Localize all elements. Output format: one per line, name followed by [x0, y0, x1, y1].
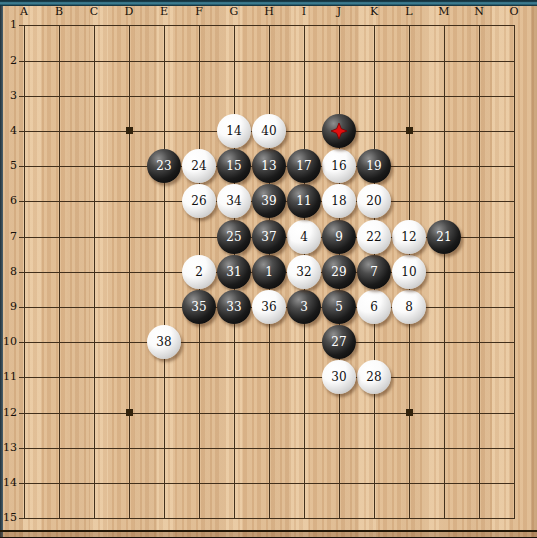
grid-line-v: [479, 25, 480, 519]
stone-number: 21: [427, 220, 461, 254]
row-label-12: 12: [0, 406, 17, 420]
stone-number: 38: [147, 325, 181, 359]
row-label-9: 9: [0, 300, 17, 314]
stone-37[interactable]: 37: [252, 220, 286, 254]
stone-8[interactable]: 8: [392, 290, 426, 324]
col-label-I: I: [295, 4, 313, 20]
stone-40[interactable]: 40: [252, 114, 286, 148]
grid-line-v: [94, 25, 95, 519]
stone-4[interactable]: 4: [287, 220, 321, 254]
grid-line-v: [59, 25, 60, 519]
col-label-M: M: [435, 4, 453, 20]
row-label-10: 10: [0, 335, 17, 349]
col-label-B: B: [50, 4, 68, 20]
stone-number: 24: [182, 149, 216, 183]
stone-21[interactable]: 21: [427, 220, 461, 254]
col-label-F: F: [190, 4, 208, 20]
stone-28[interactable]: 28: [357, 360, 391, 394]
row-label-15: 15: [0, 511, 17, 525]
stone-number: 25: [217, 220, 251, 254]
stone-10[interactable]: 10: [392, 255, 426, 289]
stone-number: 26: [182, 184, 216, 218]
stone-29[interactable]: 29: [322, 255, 356, 289]
stone-17[interactable]: 17: [287, 149, 321, 183]
stone-number: 10: [392, 255, 426, 289]
row-label-5: 5: [0, 159, 17, 173]
stone-25[interactable]: 25: [217, 220, 251, 254]
stone-number: 17: [287, 149, 321, 183]
stone-number: 22: [357, 220, 391, 254]
col-label-O: O: [505, 4, 523, 20]
stone-number: 7: [357, 255, 391, 289]
board-bottom-bevel: [0, 532, 537, 538]
col-label-L: L: [400, 4, 418, 20]
stone-number: 16: [322, 149, 356, 183]
col-label-C: C: [85, 4, 103, 20]
stone-38[interactable]: 38: [147, 325, 181, 359]
col-label-N: N: [470, 4, 488, 20]
stone-number: 1: [252, 255, 286, 289]
grid-line-v: [129, 25, 130, 519]
stone-number: 12: [392, 220, 426, 254]
stone-12[interactable]: 12: [392, 220, 426, 254]
row-label-2: 2: [0, 54, 17, 68]
stone-19[interactable]: 19: [357, 149, 391, 183]
stone-number: 27: [322, 325, 356, 359]
grid-line-v: [444, 25, 445, 519]
stone-11[interactable]: 11: [287, 184, 321, 218]
stone-number: 39: [252, 184, 286, 218]
star-point: [406, 409, 413, 416]
stone-number: 34: [217, 184, 251, 218]
stone-number: 5: [322, 290, 356, 324]
stone-number: 36: [252, 290, 286, 324]
row-label-13: 13: [0, 441, 17, 455]
last-move-marker-icon: [330, 122, 348, 140]
col-label-E: E: [155, 4, 173, 20]
grid-line-v: [24, 25, 25, 519]
stone-30[interactable]: 30: [322, 360, 356, 394]
stone-27[interactable]: 27: [322, 325, 356, 359]
stone-number: 37: [252, 220, 286, 254]
stone-35[interactable]: 35: [182, 290, 216, 324]
stone-13[interactable]: 13: [252, 149, 286, 183]
stone-number: 11: [287, 184, 321, 218]
stone-9[interactable]: 9: [322, 220, 356, 254]
row-label-4: 4: [0, 124, 17, 138]
stone-41[interactable]: [322, 114, 356, 148]
stone-16[interactable]: 16: [322, 149, 356, 183]
stone-26[interactable]: 26: [182, 184, 216, 218]
stone-number: 23: [147, 149, 181, 183]
stone-number: 2: [182, 255, 216, 289]
grid-line-v: [514, 25, 515, 519]
stone-number: 28: [357, 360, 391, 394]
stone-39[interactable]: 39: [252, 184, 286, 218]
stone-number: 13: [252, 149, 286, 183]
stone-6[interactable]: 6: [357, 290, 391, 324]
row-label-3: 3: [0, 89, 17, 103]
stone-15[interactable]: 15: [217, 149, 251, 183]
row-label-8: 8: [0, 265, 17, 279]
stone-number: 29: [322, 255, 356, 289]
stone-1[interactable]: 1: [252, 255, 286, 289]
stone-20[interactable]: 20: [357, 184, 391, 218]
stone-32[interactable]: 32: [287, 255, 321, 289]
star-point: [406, 127, 413, 134]
stone-number: 20: [357, 184, 391, 218]
col-label-H: H: [260, 4, 278, 20]
stone-number: 3: [287, 290, 321, 324]
stone-number: 18: [322, 184, 356, 218]
star-point: [126, 409, 133, 416]
row-label-14: 14: [0, 476, 17, 490]
stone-18[interactable]: 18: [322, 184, 356, 218]
stone-14[interactable]: 14: [217, 114, 251, 148]
stone-number: 19: [357, 149, 391, 183]
stone-7[interactable]: 7: [357, 255, 391, 289]
row-label-7: 7: [0, 230, 17, 244]
stone-number: 14: [217, 114, 251, 148]
board-right-bevel: [531, 6, 537, 538]
row-label-1: 1: [0, 18, 17, 32]
stone-number: 31: [217, 255, 251, 289]
col-label-G: G: [225, 4, 243, 20]
star-point: [126, 127, 133, 134]
grid-line-v: [164, 25, 165, 519]
stone-23[interactable]: 23: [147, 149, 181, 183]
col-label-K: K: [365, 4, 383, 20]
row-label-6: 6: [0, 194, 17, 208]
stone-5[interactable]: 5: [322, 290, 356, 324]
gomoku-board-window: ABCDEFGHIJKLMNO1234567891011121314151234…: [0, 0, 537, 538]
stone-number: 4: [287, 220, 321, 254]
stone-36[interactable]: 36: [252, 290, 286, 324]
stone-34[interactable]: 34: [217, 184, 251, 218]
stone-number: 15: [217, 149, 251, 183]
stone-number: 40: [252, 114, 286, 148]
stone-number: 32: [287, 255, 321, 289]
col-label-D: D: [120, 4, 138, 20]
stone-number: 30: [322, 360, 356, 394]
stone-24[interactable]: 24: [182, 149, 216, 183]
row-label-11: 11: [0, 370, 17, 384]
col-label-A: A: [15, 4, 33, 20]
stone-22[interactable]: 22: [357, 220, 391, 254]
stone-number: 8: [392, 290, 426, 324]
col-label-J: J: [330, 4, 348, 20]
stone-31[interactable]: 31: [217, 255, 251, 289]
stone-3[interactable]: 3: [287, 290, 321, 324]
stone-number: 9: [322, 220, 356, 254]
stone-number: 35: [182, 290, 216, 324]
stone-33[interactable]: 33: [217, 290, 251, 324]
stone-number: 33: [217, 290, 251, 324]
stone-2[interactable]: 2: [182, 255, 216, 289]
stone-number: 6: [357, 290, 391, 324]
